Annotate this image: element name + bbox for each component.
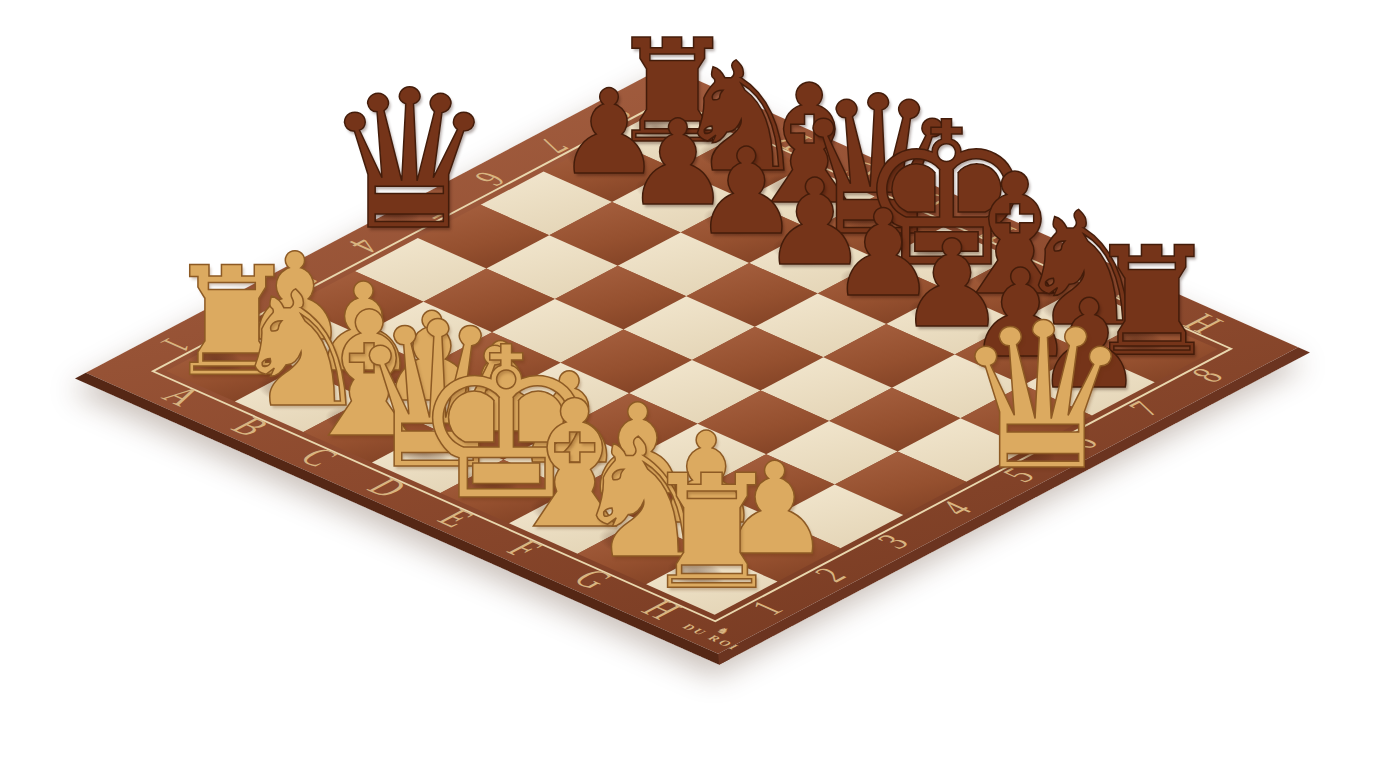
piece-layer: ♜♞♟♝♟♛♛♟♚♟♝♟♞♟♟♜♟♟♜♟♟♞♟♝♟♛♛♟♚♟♝♟♞♜: [0, 0, 1384, 770]
rook-glyph: ♜: [641, 454, 782, 611]
queen-glyph: ♛: [952, 296, 1133, 498]
scene: ♞ DU ROI AABBCCDDEEFFGGHH112233445566778…: [0, 0, 1384, 770]
rank-label-3-right: 3: [870, 530, 917, 552]
queen-glyph: ♛: [323, 64, 495, 256]
